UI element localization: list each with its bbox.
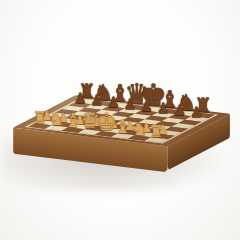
piece-black-pawn-d7[interactable]: ♟ <box>124 97 137 112</box>
piece-white-bishop-f1[interactable]: ♝ <box>114 117 131 136</box>
piece-white-rook-h1[interactable]: ♜ <box>149 124 163 140</box>
chess-set-photo: ♜♞♝♛♚♝♞♜♟♟♟♟♟♟♟♟♟♟♟♟♟♟♟♟♜♞♝♛♚♝♞♜ <box>0 0 240 240</box>
piece-black-pawn-a7[interactable]: ♟ <box>74 91 87 106</box>
piece-white-rook-a1[interactable]: ♜ <box>33 110 47 126</box>
piece-white-knight-g1[interactable]: ♞ <box>132 120 148 138</box>
piece-black-pawn-b7[interactable]: ♟ <box>90 93 103 108</box>
piece-black-pawn-g7[interactable]: ♟ <box>173 103 186 118</box>
piece-black-pawn-f7[interactable]: ♟ <box>157 101 170 116</box>
piece-white-knight-b1[interactable]: ♞ <box>49 110 65 128</box>
piece-black-pawn-h7[interactable]: ♟ <box>190 105 203 120</box>
piece-black-pawn-e7[interactable]: ♟ <box>140 99 153 114</box>
piece-black-pawn-c7[interactable]: ♟ <box>107 95 120 110</box>
